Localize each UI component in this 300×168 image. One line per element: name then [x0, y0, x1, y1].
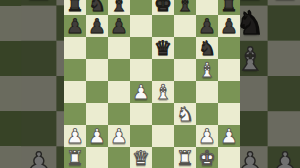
bg-square-h6: [268, 6, 300, 41]
square-g5[interactable]: ♝: [196, 59, 218, 81]
square-b6[interactable]: [86, 37, 108, 59]
square-b5[interactable]: [86, 59, 108, 81]
square-g4[interactable]: [196, 81, 218, 103]
black-king-e8: ♚: [152, 0, 174, 15]
black-bishop-f8: ♝: [174, 0, 196, 15]
square-f5[interactable]: [174, 59, 196, 81]
square-c8[interactable]: ♝: [108, 0, 130, 15]
square-g7[interactable]: ♟: [196, 15, 218, 37]
square-d3[interactable]: [130, 103, 152, 125]
black-rook-a8: ♜: [64, 0, 86, 15]
black-pawn-h7: ♟: [218, 15, 240, 37]
black-pawn-b7: ♟: [86, 15, 108, 37]
white-pawn-h2: ♟: [218, 125, 240, 147]
white-pawn-h2: ♟: [268, 146, 300, 168]
white-bishop-e4: ♝: [152, 81, 174, 103]
square-d5[interactable]: [130, 59, 152, 81]
white-pawn-g2: ♟: [196, 125, 218, 147]
square-c4[interactable]: [108, 81, 130, 103]
square-g6[interactable]: ♞: [196, 37, 218, 59]
square-g2[interactable]: ♟: [196, 125, 218, 147]
square-a4[interactable]: [64, 81, 86, 103]
square-d6[interactable]: [130, 37, 152, 59]
white-king-g1: ♚: [196, 147, 218, 168]
bg-square-a3: [21, 111, 56, 146]
square-e7[interactable]: [152, 15, 174, 37]
square-h2[interactable]: ♟: [218, 125, 240, 147]
square-a3[interactable]: [64, 103, 86, 125]
bg-square-a4: [21, 76, 56, 111]
black-pawn-g7: ♟: [196, 15, 218, 37]
bg-square-a5: [21, 41, 56, 76]
square-h5[interactable]: [218, 59, 240, 81]
square-f6[interactable]: [174, 37, 196, 59]
square-a7[interactable]: ♟: [64, 15, 86, 37]
square-b7[interactable]: ♟: [86, 15, 108, 37]
white-rook-a1: ♜: [64, 147, 86, 168]
square-c2[interactable]: ♟: [108, 125, 130, 147]
white-pawn-b2: ♟: [86, 125, 108, 147]
square-e2[interactable]: [152, 125, 174, 147]
black-queen-e6: ♛: [152, 37, 174, 59]
square-b2[interactable]: ♟: [86, 125, 108, 147]
square-e8[interactable]: ♚: [152, 0, 174, 15]
bg-square-a6: [21, 6, 56, 41]
bg-square-h5: [268, 41, 300, 76]
square-e1[interactable]: [152, 147, 174, 168]
black-pawn-c7: ♟: [108, 15, 130, 37]
square-f7[interactable]: [174, 15, 196, 37]
video-frame: ♜♞♝♚♝♜♟♟♟♟♟♛♞♝♟♝♞♟♟♟♟♟♜♛♜♚ ♜♞♝♚♝♜♟♟♟♟♟♛♞…: [0, 0, 300, 168]
square-a6[interactable]: [64, 37, 86, 59]
square-b8[interactable]: ♞: [86, 0, 108, 15]
square-c3[interactable]: [108, 103, 130, 125]
black-knight-b8: ♞: [86, 0, 108, 15]
square-h3[interactable]: [218, 103, 240, 125]
bg-square-h3: [268, 111, 300, 146]
square-d4[interactable]: ♟: [130, 81, 152, 103]
white-rook-f1: ♜: [174, 147, 196, 168]
black-pawn-a7: ♟: [64, 15, 86, 37]
white-pawn-c2: ♟: [108, 125, 130, 147]
white-pawn-d4: ♟: [130, 81, 152, 103]
square-h6[interactable]: [218, 37, 240, 59]
square-a1[interactable]: ♜: [64, 147, 86, 168]
square-h1[interactable]: [218, 147, 240, 168]
square-b1[interactable]: [86, 147, 108, 168]
square-b3[interactable]: [86, 103, 108, 125]
square-f8[interactable]: ♝: [174, 0, 196, 15]
square-a8[interactable]: ♜: [64, 0, 86, 15]
white-bishop-g5: ♝: [196, 59, 218, 81]
chess-board[interactable]: ♜♞♝♚♝♜♟♟♟♟♟♛♞♝♟♝♞♟♟♟♟♟♜♛♜♚: [64, 0, 240, 168]
square-h8[interactable]: ♜: [218, 0, 240, 15]
square-d7[interactable]: [130, 15, 152, 37]
white-knight-f3: ♞: [174, 103, 196, 125]
square-d8[interactable]: [130, 0, 152, 15]
square-f4[interactable]: [174, 81, 196, 103]
square-e4[interactable]: ♝: [152, 81, 174, 103]
square-a5[interactable]: [64, 59, 86, 81]
square-c5[interactable]: [108, 59, 130, 81]
square-a2[interactable]: ♟: [64, 125, 86, 147]
square-d2[interactable]: [130, 125, 152, 147]
black-bishop-c8: ♝: [108, 0, 130, 15]
black-rook-h8: ♜: [218, 0, 240, 15]
black-knight-g6: ♞: [196, 37, 218, 59]
square-f2[interactable]: [174, 125, 196, 147]
bg-square-a2: ♟: [21, 146, 56, 168]
square-f1[interactable]: ♜: [174, 147, 196, 168]
square-g8[interactable]: [196, 0, 218, 15]
bg-square-h4: [268, 76, 300, 111]
square-f3[interactable]: ♞: [174, 103, 196, 125]
bg-square-h2: ♟: [268, 146, 300, 168]
square-b4[interactable]: [86, 81, 108, 103]
square-e3[interactable]: [152, 103, 174, 125]
white-pawn-a2: ♟: [21, 146, 56, 168]
square-h4[interactable]: [218, 81, 240, 103]
square-d1[interactable]: ♛: [130, 147, 152, 168]
square-h7[interactable]: ♟: [218, 15, 240, 37]
square-c1[interactable]: [108, 147, 130, 168]
white-queen-d1: ♛: [130, 147, 152, 168]
square-g3[interactable]: [196, 103, 218, 125]
square-g1[interactable]: ♚: [196, 147, 218, 168]
square-e5[interactable]: [152, 59, 174, 81]
square-e6[interactable]: ♛: [152, 37, 174, 59]
square-c7[interactable]: ♟: [108, 15, 130, 37]
square-c6[interactable]: [108, 37, 130, 59]
white-pawn-a2: ♟: [64, 125, 86, 147]
